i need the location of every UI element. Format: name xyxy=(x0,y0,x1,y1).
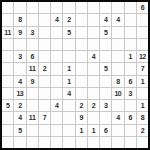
cell-r4c1[interactable] xyxy=(2,39,13,50)
cell-r3c3-given[interactable]: 3 xyxy=(27,27,38,38)
cell-r2c4[interactable] xyxy=(39,14,50,25)
cell-r10c9[interactable] xyxy=(100,112,111,123)
cell-r2c10-given[interactable]: 4 xyxy=(112,14,123,25)
cell-r9c8-given[interactable]: 2 xyxy=(88,100,99,111)
cell-r2c3[interactable] xyxy=(27,14,38,25)
cell-r10c12-given[interactable]: 8 xyxy=(137,112,148,123)
cell-r6c10[interactable] xyxy=(112,63,123,74)
cell-r2c12[interactable] xyxy=(137,14,148,25)
cell-r5c8-given[interactable]: 4 xyxy=(88,51,99,62)
cell-r4c12[interactable] xyxy=(137,39,148,50)
cell-r2c8[interactable] xyxy=(88,14,99,25)
cell-r1c1[interactable] xyxy=(2,2,13,13)
cell-r10c1[interactable] xyxy=(2,112,13,123)
cell-r12c9[interactable] xyxy=(100,137,111,148)
cell-r8c1[interactable] xyxy=(2,88,13,99)
cell-r10c3-given[interactable]: 11 xyxy=(27,112,38,123)
cell-r7c2-given[interactable]: 4 xyxy=(14,76,25,87)
cell-r3c4[interactable] xyxy=(39,27,50,38)
cell-r9c12-given[interactable]: 1 xyxy=(137,100,148,111)
cell-r3c7[interactable] xyxy=(76,27,87,38)
cell-r5c11-given[interactable]: 1 xyxy=(125,51,136,62)
cell-r2c6-given[interactable]: 2 xyxy=(63,14,74,25)
cell-r8c4[interactable] xyxy=(39,88,50,99)
cell-r11c4[interactable] xyxy=(39,125,50,136)
cell-r2c2-given[interactable]: 8 xyxy=(14,14,25,25)
cell-r4c10[interactable] xyxy=(112,39,123,50)
cell-r8c8[interactable] xyxy=(88,88,99,99)
cell-r10c11-given[interactable]: 6 xyxy=(125,112,136,123)
cell-r2c1[interactable] xyxy=(2,14,13,25)
cell-r3c8[interactable] xyxy=(88,27,99,38)
cell-r8c3[interactable] xyxy=(27,88,38,99)
cell-r2c7[interactable] xyxy=(76,14,87,25)
cell-r1c11[interactable] xyxy=(125,2,136,13)
cell-r6c8[interactable] xyxy=(88,63,99,74)
cell-r5c2-given[interactable]: 3 xyxy=(14,51,25,62)
cell-r11c11[interactable] xyxy=(125,125,136,136)
cell-r6c7[interactable] xyxy=(76,63,87,74)
cell-r4c8[interactable] xyxy=(88,39,99,50)
cell-r4c6[interactable] xyxy=(63,39,74,50)
cell-r5c9[interactable] xyxy=(100,51,111,62)
cell-r7c1[interactable] xyxy=(2,76,13,87)
cell-r8c2-given[interactable]: 13 xyxy=(14,88,25,99)
cell-r11c10[interactable] xyxy=(112,125,123,136)
cell-r11c8-given[interactable]: 1 xyxy=(88,125,99,136)
cell-r2c9-given[interactable]: 4 xyxy=(100,14,111,25)
cell-r10c10-given[interactable]: 4 xyxy=(112,112,123,123)
cell-r8c6-given[interactable]: 4 xyxy=(63,88,74,99)
cell-r5c7[interactable] xyxy=(76,51,87,62)
cell-r1c3[interactable] xyxy=(27,2,38,13)
cell-r12c4[interactable] xyxy=(39,137,50,148)
cell-r4c5[interactable] xyxy=(51,39,62,50)
cell-r11c9-given[interactable]: 6 xyxy=(100,125,111,136)
cell-r4c9[interactable] xyxy=(100,39,111,50)
cell-r11c12-given[interactable]: 2 xyxy=(137,125,148,136)
cell-r12c5[interactable] xyxy=(51,137,62,148)
cell-r11c7-given[interactable]: 1 xyxy=(76,125,87,136)
cell-r12c8[interactable] xyxy=(88,137,99,148)
cell-r3c1-given[interactable]: 11 xyxy=(2,27,13,38)
cell-r9c2-given[interactable]: 2 xyxy=(14,100,25,111)
cell-r8c11-given[interactable]: 3 xyxy=(125,88,136,99)
cell-r3c11[interactable] xyxy=(125,27,136,38)
cell-r6c5[interactable] xyxy=(51,63,62,74)
puzzle-board: 6842441193553641121121574918611341035242… xyxy=(0,0,150,150)
cell-r7c8[interactable] xyxy=(88,76,99,87)
cell-r11c5[interactable] xyxy=(51,125,62,136)
cell-r4c4[interactable] xyxy=(39,39,50,50)
cell-r11c2-given[interactable]: 5 xyxy=(14,125,25,136)
cell-r8c5[interactable] xyxy=(51,88,62,99)
cell-r2c11[interactable] xyxy=(125,14,136,25)
cell-r1c9[interactable] xyxy=(100,2,111,13)
cell-r1c8[interactable] xyxy=(88,2,99,13)
cell-r7c6-given[interactable]: 1 xyxy=(63,76,74,87)
cell-r10c7-given[interactable]: 9 xyxy=(76,112,87,123)
cell-r11c6[interactable] xyxy=(63,125,74,136)
cell-r6c1[interactable] xyxy=(2,63,13,74)
cell-r9c7-given[interactable]: 2 xyxy=(76,100,87,111)
cell-r4c11[interactable] xyxy=(125,39,136,50)
cell-r1c7[interactable] xyxy=(76,2,87,13)
cell-r5c5[interactable] xyxy=(51,51,62,62)
cell-r10c6[interactable] xyxy=(63,112,74,123)
cell-r9c5-given[interactable]: 4 xyxy=(51,100,62,111)
cell-r7c11-given[interactable]: 6 xyxy=(125,76,136,87)
cell-r7c4[interactable] xyxy=(39,76,50,87)
cell-r10c8[interactable] xyxy=(88,112,99,123)
cell-r12c11[interactable] xyxy=(125,137,136,148)
cell-r9c10[interactable] xyxy=(112,100,123,111)
cell-r1c10[interactable] xyxy=(112,2,123,13)
puzzle-page: 6842441193553641121121574918611341035242… xyxy=(0,0,150,150)
cell-r12c7[interactable] xyxy=(76,137,87,148)
cell-r3c10[interactable] xyxy=(112,27,123,38)
cell-r9c6[interactable] xyxy=(63,100,74,111)
cell-r9c3[interactable] xyxy=(27,100,38,111)
cell-r7c7[interactable] xyxy=(76,76,87,87)
cell-r3c2-given[interactable]: 9 xyxy=(14,27,25,38)
cell-r12c12[interactable] xyxy=(137,137,148,148)
cell-r12c6[interactable] xyxy=(63,137,74,148)
cell-r7c12-given[interactable]: 1 xyxy=(137,76,148,87)
cell-r1c4[interactable] xyxy=(39,2,50,13)
cell-r3c5[interactable] xyxy=(51,27,62,38)
cell-r3c6-given[interactable]: 5 xyxy=(63,27,74,38)
cell-r6c6-given[interactable]: 1 xyxy=(63,63,74,74)
cell-r7c5[interactable] xyxy=(51,76,62,87)
cell-r5c1[interactable] xyxy=(2,51,13,62)
cell-r11c1[interactable] xyxy=(2,125,13,136)
cell-r4c3[interactable] xyxy=(27,39,38,50)
cell-r1c2[interactable] xyxy=(14,2,25,13)
cell-r1c6[interactable] xyxy=(63,2,74,13)
cell-r6c3-given[interactable]: 11 xyxy=(27,63,38,74)
cell-r6c12-given[interactable]: 7 xyxy=(137,63,148,74)
cell-r7c3-given[interactable]: 9 xyxy=(27,76,38,87)
cell-r2c5-given[interactable]: 4 xyxy=(51,14,62,25)
cell-r5c3-given[interactable]: 6 xyxy=(27,51,38,62)
cell-r4c7[interactable] xyxy=(76,39,87,50)
cell-r3c12[interactable] xyxy=(137,27,148,38)
cell-r6c2[interactable] xyxy=(14,63,25,74)
cell-r11c3[interactable] xyxy=(27,125,38,136)
cell-r12c2[interactable] xyxy=(14,137,25,148)
cell-r8c10-given[interactable]: 10 xyxy=(112,88,123,99)
cell-r1c5[interactable] xyxy=(51,2,62,13)
cell-r10c5[interactable] xyxy=(51,112,62,123)
cell-r8c9[interactable] xyxy=(100,88,111,99)
cell-r7c10-given[interactable]: 8 xyxy=(112,76,123,87)
cell-r6c4-given[interactable]: 2 xyxy=(39,63,50,74)
cell-r5c4[interactable] xyxy=(39,51,50,62)
cell-r8c12[interactable] xyxy=(137,88,148,99)
cell-r12c3[interactable] xyxy=(27,137,38,148)
cell-r10c2-given[interactable]: 4 xyxy=(14,112,25,123)
cell-r9c11[interactable] xyxy=(125,100,136,111)
cell-r3c9-given[interactable]: 5 xyxy=(100,27,111,38)
cell-r12c10[interactable] xyxy=(112,137,123,148)
cell-r9c1-given[interactable]: 5 xyxy=(2,100,13,111)
cell-r7c9[interactable] xyxy=(100,76,111,87)
cell-r5c6[interactable] xyxy=(63,51,74,62)
cell-r5c10[interactable] xyxy=(112,51,123,62)
cell-r12c1[interactable] xyxy=(2,137,13,148)
cell-r5c12-given[interactable]: 12 xyxy=(137,51,148,62)
cell-r9c4[interactable] xyxy=(39,100,50,111)
cell-r6c11[interactable] xyxy=(125,63,136,74)
cell-r8c7[interactable] xyxy=(76,88,87,99)
cell-r9c9-given[interactable]: 3 xyxy=(100,100,111,111)
cell-r10c4-given[interactable]: 7 xyxy=(39,112,50,123)
cell-r6c9-given[interactable]: 5 xyxy=(100,63,111,74)
cell-r1c12-given[interactable]: 6 xyxy=(137,2,148,13)
cell-r4c2[interactable] xyxy=(14,39,25,50)
